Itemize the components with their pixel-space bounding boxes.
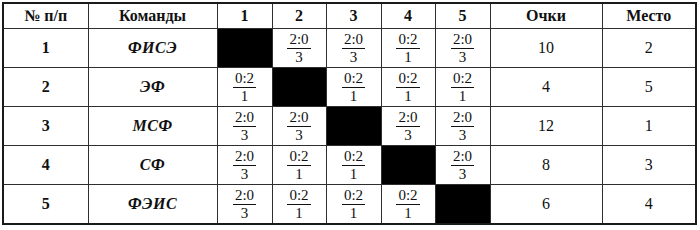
match-score: 2:0 (233, 109, 256, 127)
result-cell: 2:0 3 (381, 107, 435, 146)
match-points: 3 (436, 166, 490, 183)
match-score: 2:0 (287, 31, 310, 49)
team-name: ЭФ (88, 68, 217, 107)
match-points: 1 (218, 88, 272, 105)
result-cell: 0:2 1 (326, 185, 381, 225)
row-number: 3 (3, 107, 88, 146)
final-place: 1 (602, 107, 696, 146)
final-place: 4 (602, 185, 696, 225)
result-cell: 0:2 1 (326, 146, 381, 185)
match-score: 2:0 (233, 187, 256, 205)
total-points: 10 (490, 29, 602, 68)
team-name: МСФ (88, 107, 217, 146)
total-points: 8 (490, 146, 602, 185)
match-points: 3 (218, 127, 272, 144)
col-header-round-2: 2 (272, 3, 326, 29)
match-points: 3 (273, 49, 326, 66)
results-crosstable: № п/п Команды 1 2 3 4 5 Очки Место 1 ФИС… (2, 2, 697, 225)
match-score: 0:2 (396, 187, 419, 205)
result-cell: 0:2 1 (381, 185, 435, 225)
match-points: 3 (327, 49, 381, 66)
match-points: 3 (273, 127, 326, 144)
match-score: 0:2 (342, 70, 365, 88)
match-points: 3 (382, 127, 435, 144)
result-cell: 0:2 1 (381, 68, 435, 107)
header-row: № п/п Команды 1 2 3 4 5 Очки Место (3, 3, 696, 29)
result-cell: 2:0 3 (435, 29, 490, 68)
match-points: 1 (382, 49, 435, 66)
result-cell: 0:2 1 (435, 68, 490, 107)
total-points: 4 (490, 68, 602, 107)
final-place: 5 (602, 68, 696, 107)
match-score: 2:0 (287, 109, 310, 127)
row-number: 4 (3, 146, 88, 185)
final-place: 2 (602, 29, 696, 68)
col-header-round-5: 5 (435, 3, 490, 29)
match-score: 0:2 (287, 148, 310, 166)
table-row-fise: 1 ФИСЭ 2:0 3 2:0 3 0:2 1 2:0 3 (3, 29, 696, 68)
match-points: 3 (218, 205, 272, 222)
match-points: 3 (436, 49, 490, 66)
result-cell: 0:2 1 (272, 146, 326, 185)
result-cell: 2:0 3 (217, 146, 272, 185)
table-row-sf: 4 СФ 2:0 3 0:2 1 0:2 1 2:0 3 (3, 146, 696, 185)
match-score: 0:2 (451, 70, 474, 88)
match-points: 1 (382, 205, 435, 222)
col-header-round-3: 3 (326, 3, 381, 29)
final-place: 3 (602, 146, 696, 185)
match-points: 1 (327, 205, 381, 222)
match-points: 3 (218, 166, 272, 183)
match-score: 2:0 (396, 109, 419, 127)
match-points: 1 (327, 166, 381, 183)
match-points: 3 (436, 127, 490, 144)
match-points: 1 (436, 88, 490, 105)
match-points: 1 (273, 166, 326, 183)
result-cell: 0:2 1 (217, 68, 272, 107)
match-score: 2:0 (233, 148, 256, 166)
match-points: 1 (327, 88, 381, 105)
total-points: 12 (490, 107, 602, 146)
col-header-place: Место (602, 3, 696, 29)
self-match-cell (272, 68, 326, 107)
match-score: 2:0 (451, 31, 474, 49)
table-row-ef: 2 ЭФ 0:2 1 0:2 1 0:2 1 0:2 1 (3, 68, 696, 107)
team-name: ФЭИС (88, 185, 217, 225)
result-cell: 2:0 3 (217, 185, 272, 225)
row-number: 2 (3, 68, 88, 107)
match-points: 1 (273, 205, 326, 222)
tournament-results-page: № п/п Команды 1 2 3 4 5 Очки Место 1 ФИС… (0, 0, 700, 230)
team-name: СФ (88, 146, 217, 185)
result-cell: 2:0 3 (326, 29, 381, 68)
match-score: 0:2 (396, 31, 419, 49)
result-cell: 2:0 3 (435, 107, 490, 146)
row-number: 5 (3, 185, 88, 225)
self-match-cell (381, 146, 435, 185)
match-score: 2:0 (342, 31, 365, 49)
match-score: 0:2 (233, 70, 256, 88)
match-score: 2:0 (451, 148, 474, 166)
col-header-num: № п/п (3, 3, 88, 29)
self-match-cell (435, 185, 490, 225)
self-match-cell (326, 107, 381, 146)
result-cell: 0:2 1 (381, 29, 435, 68)
result-cell: 0:2 1 (272, 185, 326, 225)
table-row-feis: 5 ФЭИС 2:0 3 0:2 1 0:2 1 0:2 1 (3, 185, 696, 225)
col-header-teams: Команды (88, 3, 217, 29)
row-number: 1 (3, 29, 88, 68)
match-score: 0:2 (287, 187, 310, 205)
result-cell: 2:0 3 (272, 29, 326, 68)
col-header-round-1: 1 (217, 3, 272, 29)
total-points: 6 (490, 185, 602, 225)
match-score: 0:2 (396, 70, 419, 88)
self-match-cell (217, 29, 272, 68)
result-cell: 2:0 3 (435, 146, 490, 185)
result-cell: 0:2 1 (326, 68, 381, 107)
match-score: 2:0 (451, 109, 474, 127)
result-cell: 2:0 3 (272, 107, 326, 146)
match-score: 0:2 (342, 187, 365, 205)
match-points: 1 (382, 88, 435, 105)
table-row-msf: 3 МСФ 2:0 3 2:0 3 2:0 3 2:0 3 (3, 107, 696, 146)
col-header-round-4: 4 (381, 3, 435, 29)
col-header-points: Очки (490, 3, 602, 29)
result-cell: 2:0 3 (217, 107, 272, 146)
team-name: ФИСЭ (88, 29, 217, 68)
match-score: 0:2 (342, 148, 365, 166)
